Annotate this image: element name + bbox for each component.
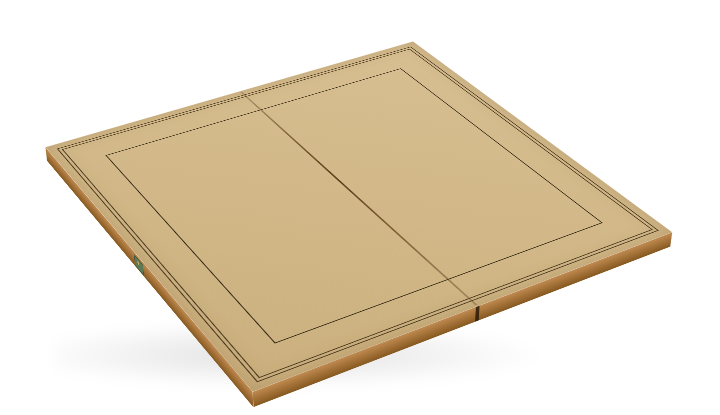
grid-border-line xyxy=(105,68,602,343)
fold-seam xyxy=(240,92,477,306)
fold-seam-notch xyxy=(475,306,479,322)
photo-scene xyxy=(0,0,720,415)
